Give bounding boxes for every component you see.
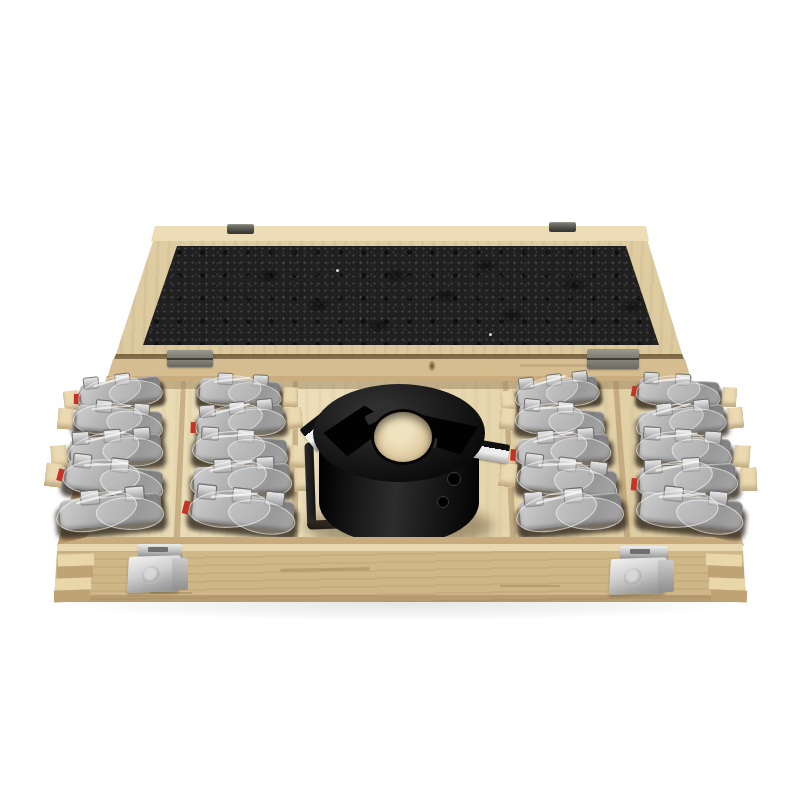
clasp-flap — [658, 560, 674, 592]
wood-finger-tab — [498, 463, 517, 488]
cutter-head — [313, 384, 485, 552]
dovetail-finger — [710, 589, 746, 602]
front-clasp-right — [608, 546, 680, 600]
foam-dent — [618, 300, 646, 315]
wood-knot — [428, 360, 436, 372]
product-photo — [0, 0, 800, 800]
blade-bag-right-inner-5 — [511, 483, 631, 545]
wood-finger-tab — [286, 407, 303, 429]
clasp-flap — [172, 558, 188, 590]
cutter-body-hole — [447, 472, 461, 486]
wood-finger-tab — [56, 408, 73, 430]
cutter-body-hole — [437, 496, 449, 508]
foam-dent — [255, 268, 283, 283]
wood-finger-tab — [727, 407, 744, 429]
foam-dent — [382, 268, 410, 283]
foam-dent — [498, 308, 526, 323]
foam-dent — [365, 318, 393, 333]
lid-catch-plate-left — [227, 224, 254, 234]
wood-finger-tab — [739, 467, 757, 491]
foam-dent — [305, 298, 333, 313]
foam-dent — [472, 258, 500, 273]
lid-catch-plate-right — [549, 222, 576, 232]
wood-scuff — [500, 585, 560, 587]
wood-finger-tab — [499, 408, 516, 430]
hinge-right — [587, 349, 639, 369]
dovetail-finger — [53, 589, 89, 602]
hinge-left — [167, 350, 213, 367]
foam-dent — [560, 278, 588, 293]
foam-dent — [432, 288, 460, 303]
foam-speck — [336, 269, 339, 272]
wood-scuff — [520, 364, 590, 367]
foam-speck — [489, 333, 492, 336]
blade-bag-left-outer-5 — [51, 483, 171, 545]
cutter-bore — [371, 409, 435, 465]
front-clasp-left — [126, 544, 194, 596]
